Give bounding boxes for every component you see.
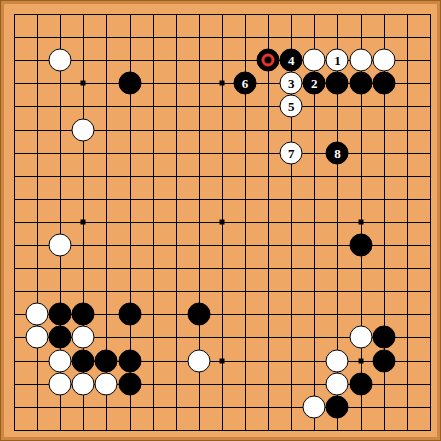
star-point <box>358 219 363 224</box>
grid-line-vertical <box>407 14 408 431</box>
stone-white <box>326 349 349 372</box>
stone-white <box>49 372 72 395</box>
stone-black-move-8: 8 <box>326 141 349 164</box>
stone-black <box>72 349 95 372</box>
star-point <box>219 358 224 363</box>
stone-black <box>372 326 395 349</box>
stone-white <box>72 372 95 395</box>
stone-black-move-2: 2 <box>303 72 326 95</box>
stone-black <box>372 349 395 372</box>
circle-mark-icon <box>262 54 275 67</box>
stone-white <box>326 372 349 395</box>
stone-black <box>326 72 349 95</box>
stone-white <box>49 49 72 72</box>
grid-line-horizontal <box>14 407 431 408</box>
stone-white-move-5: 5 <box>280 95 303 118</box>
stone-black <box>118 372 141 395</box>
stone-black <box>326 395 349 418</box>
stone-white-move-3: 3 <box>280 72 303 95</box>
stone-black <box>118 72 141 95</box>
star-point <box>358 358 363 363</box>
grid-line-horizontal <box>14 291 431 292</box>
stone-white <box>26 326 49 349</box>
stone-white <box>26 303 49 326</box>
stone-black-circle-marked <box>257 49 280 72</box>
stone-white <box>95 372 118 395</box>
grid-line-horizontal <box>14 268 431 269</box>
star-point <box>219 219 224 224</box>
star-point <box>81 219 86 224</box>
stone-black <box>118 349 141 372</box>
stone-white <box>303 49 326 72</box>
stone-white <box>49 349 72 372</box>
stone-black-move-4: 4 <box>280 49 303 72</box>
stone-black <box>49 326 72 349</box>
stone-black <box>118 303 141 326</box>
stone-black <box>72 303 95 326</box>
star-point <box>219 81 224 86</box>
stone-white <box>372 49 395 72</box>
stone-black <box>349 372 372 395</box>
stone-black <box>372 72 395 95</box>
grid-line-vertical <box>268 14 269 431</box>
go-diagram: 41632578 <box>0 0 441 441</box>
stone-white-move-7: 7 <box>280 141 303 164</box>
stone-black <box>49 303 72 326</box>
grid-line-horizontal <box>14 430 431 431</box>
stone-white <box>187 349 210 372</box>
stone-black-move-6: 6 <box>234 72 257 95</box>
go-board[interactable]: 41632578 <box>0 0 441 441</box>
stone-white <box>72 326 95 349</box>
star-point <box>81 81 86 86</box>
grid-line-vertical <box>430 14 431 431</box>
stone-black <box>95 349 118 372</box>
stone-white <box>349 326 372 349</box>
stone-black <box>187 303 210 326</box>
stone-black <box>349 234 372 257</box>
stone-white <box>349 49 372 72</box>
stone-white <box>49 234 72 257</box>
stone-white <box>72 118 95 141</box>
stone-white-move-1: 1 <box>326 49 349 72</box>
stone-black <box>349 72 372 95</box>
stone-white <box>303 395 326 418</box>
